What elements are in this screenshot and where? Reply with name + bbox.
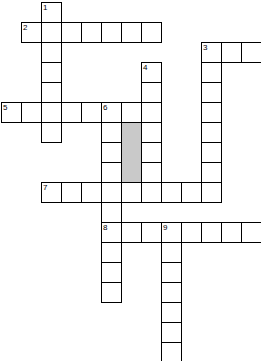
cell-r5c10[interactable] xyxy=(201,102,222,123)
shaded-cell-r8c6[interactable] xyxy=(121,162,142,183)
cell-r10c5[interactable] xyxy=(101,202,122,223)
cell-r8c7[interactable] xyxy=(141,162,162,183)
cell-r11c12[interactable] xyxy=(241,222,261,243)
cell-r11c8[interactable]: 9 xyxy=(161,222,182,243)
cell-r1c2[interactable] xyxy=(41,22,62,43)
cell-r6c7[interactable] xyxy=(141,122,162,143)
cell-r16c8[interactable] xyxy=(161,322,182,343)
cell-r5c7[interactable] xyxy=(141,102,162,123)
clue-number-5: 5 xyxy=(3,103,7,112)
cell-r6c10[interactable] xyxy=(201,122,222,143)
cell-r15c8[interactable] xyxy=(161,302,182,323)
cell-r9c10[interactable] xyxy=(201,182,222,203)
cell-r14c5[interactable] xyxy=(101,282,122,303)
cell-r1c7[interactable] xyxy=(141,22,162,43)
cell-r5c1[interactable] xyxy=(21,102,42,123)
cell-r6c5[interactable] xyxy=(101,122,122,143)
cell-r11c11[interactable] xyxy=(221,222,242,243)
cell-r1c3[interactable] xyxy=(61,22,82,43)
cell-r1c5[interactable] xyxy=(101,22,122,43)
cell-r5c2[interactable] xyxy=(41,102,62,123)
cell-r9c8[interactable] xyxy=(161,182,182,203)
cell-r1c1[interactable]: 2 xyxy=(21,22,42,43)
cell-r9c6[interactable] xyxy=(121,182,142,203)
cell-r9c3[interactable] xyxy=(61,182,82,203)
cell-r5c5[interactable]: 6 xyxy=(101,102,122,123)
cell-r5c3[interactable] xyxy=(61,102,82,123)
cell-r4c7[interactable] xyxy=(141,82,162,103)
cell-r9c9[interactable] xyxy=(181,182,202,203)
clue-number-1: 1 xyxy=(43,3,47,12)
shaded-cell-r7c6[interactable] xyxy=(121,142,142,163)
clue-number-3: 3 xyxy=(203,43,207,52)
cell-r13c5[interactable] xyxy=(101,262,122,283)
cell-r8c10[interactable] xyxy=(201,162,222,183)
cell-r2c12[interactable] xyxy=(241,42,261,63)
clue-number-9: 9 xyxy=(163,223,167,232)
cell-r7c10[interactable] xyxy=(201,142,222,163)
cell-r4c2[interactable] xyxy=(41,82,62,103)
clue-number-4: 4 xyxy=(143,63,147,72)
cell-r3c7[interactable]: 4 xyxy=(141,62,162,83)
clue-number-8: 8 xyxy=(103,223,107,232)
cell-r3c2[interactable] xyxy=(41,62,62,83)
cell-r5c4[interactable] xyxy=(81,102,102,123)
cell-r12c5[interactable] xyxy=(101,242,122,263)
cell-r17c8[interactable] xyxy=(161,342,182,361)
cell-r1c4[interactable] xyxy=(81,22,102,43)
cell-r11c5[interactable]: 8 xyxy=(101,222,122,243)
clue-number-2: 2 xyxy=(23,23,27,32)
cell-r9c2[interactable]: 7 xyxy=(41,182,62,203)
cell-r9c5[interactable] xyxy=(101,182,122,203)
cell-r7c7[interactable] xyxy=(141,142,162,163)
cell-r12c8[interactable] xyxy=(161,242,182,263)
cell-r9c7[interactable] xyxy=(141,182,162,203)
shaded-cell-r6c6[interactable] xyxy=(121,122,142,143)
cell-r8c5[interactable] xyxy=(101,162,122,183)
cell-r7c5[interactable] xyxy=(101,142,122,163)
cell-r5c6[interactable] xyxy=(121,102,142,123)
cell-r11c10[interactable] xyxy=(201,222,222,243)
cell-r1c6[interactable] xyxy=(121,22,142,43)
cell-r2c11[interactable] xyxy=(221,42,242,63)
cell-r6c2[interactable] xyxy=(41,122,62,143)
cell-r11c7[interactable] xyxy=(141,222,162,243)
crossword-board: 123456789 xyxy=(0,0,261,361)
cell-r2c10[interactable]: 3 xyxy=(201,42,222,63)
cell-r13c8[interactable] xyxy=(161,262,182,283)
cell-r11c9[interactable] xyxy=(181,222,202,243)
cell-r4c10[interactable] xyxy=(201,82,222,103)
cell-r2c2[interactable] xyxy=(41,42,62,63)
cell-r11c6[interactable] xyxy=(121,222,142,243)
cell-r5c0[interactable]: 5 xyxy=(1,102,22,123)
cell-r9c4[interactable] xyxy=(81,182,102,203)
clue-number-7: 7 xyxy=(43,183,47,192)
cell-r14c8[interactable] xyxy=(161,282,182,303)
cell-r0c2[interactable]: 1 xyxy=(41,2,62,23)
clue-number-6: 6 xyxy=(103,103,107,112)
cell-r3c10[interactable] xyxy=(201,62,222,83)
